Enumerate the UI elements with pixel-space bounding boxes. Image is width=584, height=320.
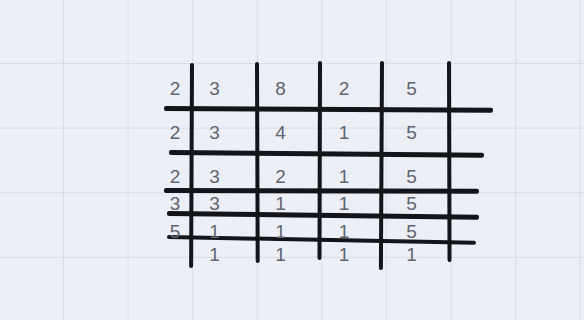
grid-cell: 1 <box>192 213 257 237</box>
grid-cell: 1 <box>257 190 320 213</box>
cell-value: 5 <box>406 222 417 241</box>
grid-cell: 5 <box>382 213 449 237</box>
cell-value: 3 <box>209 123 220 142</box>
grid-cell: 5 <box>150 213 192 237</box>
grid-cell: 2 <box>257 153 320 190</box>
grid-cell: 3 <box>192 62 257 108</box>
cell-value: 1 <box>339 167 350 186</box>
cell-value: 5 <box>170 222 181 241</box>
cell-value: 2 <box>170 167 181 186</box>
cell-value: 1 <box>209 222 220 241</box>
grid-cell: 2 <box>150 153 192 190</box>
grid-cell: 1 <box>192 237 257 263</box>
grid-cell: 3 <box>192 108 257 153</box>
grid-cell: 8 <box>257 62 320 108</box>
grid-cell: 3 <box>192 190 257 213</box>
grid-cell: 1 <box>320 237 382 263</box>
cell-value: 5 <box>406 123 417 142</box>
ladder-grid: 2 3 8 2 5 2 3 4 1 5 2 3 2 1 5 3 3 1 1 5 … <box>150 62 449 263</box>
cell-value: 2 <box>275 167 286 186</box>
cell-value: 1 <box>339 245 350 264</box>
grid-cell: 3 <box>150 190 192 213</box>
cell-value: 1 <box>275 222 286 241</box>
cell-value: 2 <box>170 123 181 142</box>
cell-value: 5 <box>406 79 417 98</box>
whiteboard-canvas[interactable]: 2 3 8 2 5 2 3 4 1 5 2 3 2 1 5 3 3 1 1 5 … <box>0 0 584 320</box>
cell-value: 4 <box>275 123 286 142</box>
cell-value: 5 <box>406 194 417 213</box>
cell-value: 8 <box>275 79 286 98</box>
grid-cell: 4 <box>257 108 320 153</box>
cell-value: 1 <box>209 245 220 264</box>
grid-cell: 5 <box>382 153 449 190</box>
grid-cell: 1 <box>257 237 320 263</box>
grid-cell: 1 <box>320 190 382 213</box>
cell-value: 2 <box>339 79 350 98</box>
cell-value: 2 <box>170 79 181 98</box>
grid-cell: 2 <box>150 108 192 153</box>
cell-value: 3 <box>209 167 220 186</box>
grid-cell: 1 <box>320 108 382 153</box>
cell-value: 1 <box>406 245 417 264</box>
cell-value: 1 <box>339 123 350 142</box>
grid-cell: 2 <box>320 62 382 108</box>
cell-value: 3 <box>170 194 181 213</box>
grid-cell: 1 <box>320 153 382 190</box>
grid-cell: 1 <box>320 213 382 237</box>
grid-cell: 1 <box>257 213 320 237</box>
cell-value: 3 <box>209 79 220 98</box>
grid-cell: 5 <box>382 108 449 153</box>
cell-value: 1 <box>275 194 286 213</box>
grid-cell: 5 <box>382 62 449 108</box>
cell-value: 1 <box>339 194 350 213</box>
cell-value: 3 <box>209 194 220 213</box>
grid-cell: 5 <box>382 190 449 213</box>
cell-value: 1 <box>339 222 350 241</box>
cell-value: 5 <box>406 167 417 186</box>
cell-value: 1 <box>275 245 286 264</box>
grid-cell: 3 <box>192 153 257 190</box>
grid-cell: 2 <box>150 62 192 108</box>
